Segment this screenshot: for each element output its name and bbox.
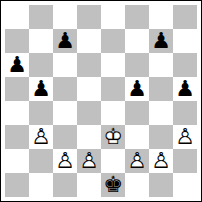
white-pawn-icon: ♙ bbox=[173, 125, 197, 149]
square-f5: ♟ bbox=[125, 77, 149, 101]
square-d4 bbox=[77, 101, 101, 125]
square-h1 bbox=[173, 173, 197, 197]
square-h6 bbox=[173, 53, 197, 77]
square-e6 bbox=[101, 53, 125, 77]
white-pawn-icon: ♙ bbox=[77, 149, 101, 173]
square-f8 bbox=[125, 5, 149, 29]
square-c6 bbox=[53, 53, 77, 77]
square-b6 bbox=[29, 53, 53, 77]
white-pawn-icon: ♙ bbox=[149, 149, 173, 173]
square-d2: ♟♙ bbox=[77, 149, 101, 173]
square-h3: ♟♙ bbox=[173, 125, 197, 149]
square-b7 bbox=[29, 29, 53, 53]
square-e8 bbox=[101, 5, 125, 29]
square-h8 bbox=[173, 5, 197, 29]
white-pawn-icon: ♙ bbox=[125, 149, 149, 173]
square-a1 bbox=[5, 173, 29, 197]
black-pawn-icon: ♟ bbox=[173, 77, 197, 101]
black-pawn-icon: ♟ bbox=[149, 29, 173, 53]
square-d8 bbox=[77, 5, 101, 29]
square-c5 bbox=[53, 77, 77, 101]
square-g2: ♟♙ bbox=[149, 149, 173, 173]
square-a8 bbox=[5, 5, 29, 29]
white-pawn-fill: ♟ bbox=[29, 125, 53, 149]
square-h2 bbox=[173, 149, 197, 173]
square-d7 bbox=[77, 29, 101, 53]
chess-board: ♟♟♟♟♟♟♟♙♚♔♟♙♟♙♟♙♟♙♟♙♚ bbox=[5, 5, 197, 197]
black-pawn-icon: ♟ bbox=[125, 77, 149, 101]
square-f3 bbox=[125, 125, 149, 149]
square-c1 bbox=[53, 173, 77, 197]
white-pawn-icon: ♙ bbox=[53, 149, 77, 173]
square-g3 bbox=[149, 125, 173, 149]
square-a4 bbox=[5, 101, 29, 125]
square-b1 bbox=[29, 173, 53, 197]
square-b2 bbox=[29, 149, 53, 173]
black-pawn-icon: ♟ bbox=[53, 29, 77, 53]
square-e5 bbox=[101, 77, 125, 101]
square-b4 bbox=[29, 101, 53, 125]
white-pawn-icon: ♙ bbox=[29, 125, 53, 149]
square-f4 bbox=[125, 101, 149, 125]
black-pawn-icon: ♟ bbox=[29, 77, 53, 101]
white-pawn-fill: ♟ bbox=[53, 149, 77, 173]
square-a7 bbox=[5, 29, 29, 53]
white-king-fill: ♚ bbox=[101, 125, 125, 149]
square-c8 bbox=[53, 5, 77, 29]
square-b8 bbox=[29, 5, 53, 29]
square-e7 bbox=[101, 29, 125, 53]
square-f1 bbox=[125, 173, 149, 197]
square-g8 bbox=[149, 5, 173, 29]
square-g7: ♟ bbox=[149, 29, 173, 53]
square-c7: ♟ bbox=[53, 29, 77, 53]
square-d3 bbox=[77, 125, 101, 149]
square-a5 bbox=[5, 77, 29, 101]
square-a6: ♟ bbox=[5, 53, 29, 77]
square-d1 bbox=[77, 173, 101, 197]
square-a2 bbox=[5, 149, 29, 173]
square-d6 bbox=[77, 53, 101, 77]
white-pawn-fill: ♟ bbox=[125, 149, 149, 173]
square-f2: ♟♙ bbox=[125, 149, 149, 173]
white-king-icon: ♔ bbox=[101, 125, 125, 149]
square-f7 bbox=[125, 29, 149, 53]
square-g4 bbox=[149, 101, 173, 125]
white-pawn-fill: ♟ bbox=[77, 149, 101, 173]
white-pawn-fill: ♟ bbox=[149, 149, 173, 173]
square-g5 bbox=[149, 77, 173, 101]
chess-diagram: ♟♟♟♟♟♟♟♙♚♔♟♙♟♙♟♙♟♙♟♙♚ bbox=[0, 0, 202, 202]
square-c4 bbox=[53, 101, 77, 125]
square-b5: ♟ bbox=[29, 77, 53, 101]
square-e1: ♚ bbox=[101, 173, 125, 197]
square-e3: ♚♔ bbox=[101, 125, 125, 149]
square-h7 bbox=[173, 29, 197, 53]
black-pawn-icon: ♟ bbox=[5, 53, 29, 77]
square-e4 bbox=[101, 101, 125, 125]
square-e2 bbox=[101, 149, 125, 173]
square-g6 bbox=[149, 53, 173, 77]
square-d5 bbox=[77, 77, 101, 101]
square-b3: ♟♙ bbox=[29, 125, 53, 149]
square-f6 bbox=[125, 53, 149, 77]
square-h5: ♟ bbox=[173, 77, 197, 101]
square-h4 bbox=[173, 101, 197, 125]
square-c3 bbox=[53, 125, 77, 149]
black-king-icon: ♚ bbox=[101, 173, 125, 197]
square-a3 bbox=[5, 125, 29, 149]
white-pawn-fill: ♟ bbox=[173, 125, 197, 149]
square-c2: ♟♙ bbox=[53, 149, 77, 173]
square-g1 bbox=[149, 173, 173, 197]
